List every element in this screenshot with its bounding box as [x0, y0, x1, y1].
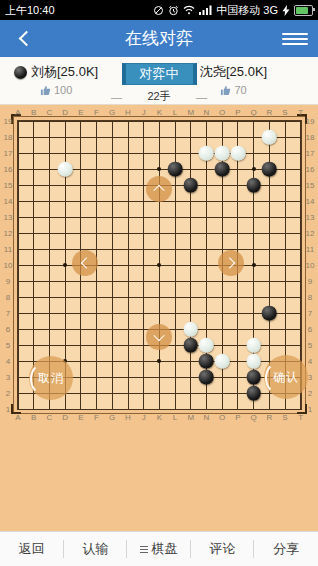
- board-area: AABBCCDDEEFFGGHHJJKKLLMMNNOOPPQQRRSSTT19…: [0, 105, 318, 531]
- toolbar-item-label: 返回: [19, 540, 45, 558]
- coord-letter: B: [31, 108, 36, 117]
- star-point: [157, 263, 161, 267]
- coord-number: 13: [306, 213, 315, 222]
- coord-number: 10: [306, 261, 315, 270]
- coord-number: 4: [6, 357, 10, 366]
- coord-number: 19: [306, 117, 315, 126]
- stone-black-L16: [168, 162, 183, 177]
- toolbar-resign-button[interactable]: 认输: [64, 532, 128, 566]
- coord-letter: C: [47, 108, 53, 117]
- move-count: 22手: [147, 89, 170, 104]
- coord-number: 17: [4, 149, 13, 158]
- alarm-icon: [168, 5, 179, 16]
- coord-number: 2: [308, 389, 312, 398]
- coord-number: 9: [308, 277, 312, 286]
- stone-black-M5: [183, 338, 198, 353]
- stone-white-N17: [199, 146, 214, 161]
- chevron-right-icon: [224, 257, 235, 268]
- battery-icon: [294, 5, 313, 16]
- pan-left-button[interactable]: [72, 250, 98, 276]
- coord-number: 3: [6, 373, 10, 382]
- black-player-name: 刘杨[25.0K]: [31, 63, 98, 81]
- stone-black-Q2: [246, 386, 261, 401]
- cancel-button[interactable]: 取消: [29, 356, 73, 400]
- coord-number: 15: [306, 181, 315, 190]
- coord-letter: N: [204, 413, 210, 422]
- coord-number: 17: [306, 149, 315, 158]
- white-likes-count: 70: [234, 84, 246, 96]
- coord-letter: F: [94, 413, 99, 422]
- toolbar-item-label: 分享: [273, 540, 299, 558]
- stone-white-O4: [215, 354, 230, 369]
- back-chevron-icon: [19, 31, 35, 47]
- star-point: [157, 359, 161, 363]
- confirm-button[interactable]: 确认: [264, 355, 308, 399]
- thumb-up-icon: [220, 85, 231, 96]
- star-point: [252, 263, 256, 267]
- charging-icon: [282, 5, 290, 16]
- toolbar-share-button[interactable]: 分享: [254, 532, 318, 566]
- pan-up-button[interactable]: [146, 176, 172, 202]
- coord-letter: H: [125, 108, 131, 117]
- coord-letter: A: [15, 413, 20, 422]
- coord-number: 5: [6, 341, 10, 350]
- coord-letter: Q: [250, 108, 256, 117]
- coord-letter: D: [62, 108, 68, 117]
- page-title: 在线对弈: [125, 27, 193, 50]
- toolbar-back-button[interactable]: 返回: [0, 532, 64, 566]
- stone-white-Q4: [246, 354, 261, 369]
- nav-bar: 在线对弈: [0, 20, 318, 57]
- coord-letter: K: [157, 413, 162, 422]
- stone-white-R18: [262, 130, 277, 145]
- chevron-down-icon: [153, 330, 164, 341]
- coord-number: 3: [308, 373, 312, 382]
- grid-line: [18, 281, 301, 282]
- star-point: [157, 167, 161, 171]
- board-lines-icon: [140, 546, 148, 553]
- coord-letter: D: [62, 413, 68, 422]
- coord-letter: H: [125, 413, 131, 422]
- stone-black-R7: [262, 306, 277, 321]
- coord-number: 16: [306, 165, 315, 174]
- stone-white-O17: [215, 146, 230, 161]
- bottom-toolbar: 返回认输棋盘评论分享: [0, 531, 318, 566]
- coord-number: 19: [4, 117, 13, 126]
- white-player: 沈尧[25.0K] 70: [200, 63, 267, 96]
- coord-number: 7: [6, 309, 10, 318]
- stone-white-N5: [199, 338, 214, 353]
- coord-number: 18: [306, 133, 315, 142]
- chevron-left-icon: [81, 257, 92, 268]
- coord-number: 4: [308, 357, 312, 366]
- black-likes-count: 100: [54, 84, 72, 96]
- dash-left: —: [111, 91, 122, 103]
- coord-letter: L: [173, 108, 177, 117]
- star-point: [252, 167, 256, 171]
- coord-letter: G: [109, 108, 115, 117]
- coord-number: 1: [308, 405, 312, 414]
- chevron-up-icon: [153, 185, 164, 196]
- grid-line: [18, 313, 301, 314]
- menu-button[interactable]: [282, 20, 308, 57]
- coord-letter: G: [109, 413, 115, 422]
- toolbar-item-label: 认输: [82, 540, 108, 558]
- coord-letter: O: [219, 108, 225, 117]
- coord-letter: T: [298, 108, 303, 117]
- status-bar: 上午10:40 中国移动 3G: [0, 0, 318, 20]
- coord-number: 7: [308, 309, 312, 318]
- coord-number: 8: [308, 293, 312, 302]
- star-point: [63, 263, 67, 267]
- stone-black-N3: [199, 370, 214, 385]
- coord-letter: K: [157, 108, 162, 117]
- pan-down-button[interactable]: [146, 324, 172, 350]
- coord-number: 13: [4, 213, 13, 222]
- coord-letter: O: [219, 413, 225, 422]
- grid-line: [190, 121, 191, 409]
- stone-black-Q3: [246, 370, 261, 385]
- coord-letter: J: [142, 108, 146, 117]
- toolbar-item-label: 评论: [210, 540, 236, 558]
- coord-number: 6: [6, 325, 10, 334]
- coord-number: 6: [308, 325, 312, 334]
- coord-letter: J: [142, 413, 146, 422]
- pan-right-button[interactable]: [218, 250, 244, 276]
- carrier-label: 中国移动 3G: [216, 3, 278, 18]
- coord-letter: E: [78, 108, 83, 117]
- wifi-icon: [183, 5, 195, 15]
- stone-white-Q5: [246, 338, 261, 353]
- game-status-badge[interactable]: 对弈中: [122, 63, 197, 85]
- signal-icon: [199, 5, 212, 15]
- coord-letter: M: [187, 108, 194, 117]
- coord-letter: Q: [250, 413, 256, 422]
- coord-number: 8: [6, 293, 10, 302]
- coord-letter: B: [31, 413, 36, 422]
- stone-black-Q15: [246, 178, 261, 193]
- coord-letter: P: [235, 108, 240, 117]
- coord-number: 14: [306, 197, 315, 206]
- coord-letter: E: [78, 413, 83, 422]
- coord-letter: M: [187, 413, 194, 422]
- coord-number: 12: [306, 229, 315, 238]
- stone-black-O16: [215, 162, 230, 177]
- black-stone-icon: [14, 66, 27, 79]
- arc-icon: [265, 361, 295, 395]
- coord-letter: S: [282, 108, 287, 117]
- coord-number: 12: [4, 229, 13, 238]
- coord-number: 5: [308, 341, 312, 350]
- black-player: 刘杨[25.0K] 100: [14, 63, 98, 96]
- toolbar-board-button[interactable]: 棋盘: [127, 532, 191, 566]
- white-player-name: 沈尧[25.0K]: [200, 63, 267, 81]
- coord-number: 16: [4, 165, 13, 174]
- grid-line: [18, 409, 301, 410]
- toolbar-comment-button[interactable]: 评论: [191, 532, 255, 566]
- toolbar-item-label: 棋盘: [151, 540, 177, 558]
- coord-letter: L: [173, 413, 177, 422]
- coord-number: 11: [306, 245, 314, 254]
- clock-time: 上午10:40: [5, 3, 55, 18]
- coord-letter: P: [235, 413, 240, 422]
- back-button[interactable]: [10, 20, 40, 57]
- arc-icon: [30, 362, 60, 396]
- stone-white-D16: [58, 162, 73, 177]
- coord-number: 10: [4, 261, 13, 270]
- coord-number: 2: [6, 389, 10, 398]
- coord-letter: R: [266, 413, 272, 422]
- stone-black-R16: [262, 162, 277, 177]
- stone-white-P17: [231, 146, 246, 161]
- thumb-up-icon: [40, 85, 51, 96]
- coord-number: 15: [4, 181, 13, 190]
- coord-number: 1: [6, 405, 10, 414]
- coord-letter: A: [15, 108, 20, 117]
- coord-letter: R: [266, 108, 272, 117]
- grid-line: [18, 297, 301, 298]
- coord-number: 11: [4, 245, 12, 254]
- coord-letter: C: [47, 413, 53, 422]
- stone-black-M15: [183, 178, 198, 193]
- mute-icon: [153, 5, 164, 16]
- menu-icon: [282, 33, 308, 35]
- coord-letter: N: [204, 108, 210, 117]
- coord-number: 14: [4, 197, 13, 206]
- coord-number: 9: [6, 277, 10, 286]
- coord-letter: S: [282, 413, 287, 422]
- player-bar: 刘杨[25.0K] 100 沈尧[25.0K] 70 对弈中 — 22手 —: [0, 57, 318, 105]
- stone-black-N4: [199, 354, 214, 369]
- stone-white-M6: [183, 322, 198, 337]
- coord-letter: T: [298, 413, 303, 422]
- coord-number: 18: [4, 133, 13, 142]
- coord-letter: F: [94, 108, 99, 117]
